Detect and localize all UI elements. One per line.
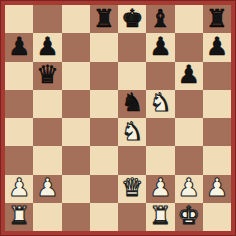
chess-board: ♜♚♝♜♟♟♟♟♛♟♞♞♞♟♟♛♟♟♟♜♜♚ — [5, 5, 231, 231]
square-d5[interactable] — [90, 90, 118, 118]
square-h5[interactable] — [203, 90, 231, 118]
square-e5[interactable]: ♞ — [118, 90, 146, 118]
square-c7[interactable] — [62, 33, 90, 61]
square-g5[interactable] — [175, 90, 203, 118]
black-pawn-a7: ♟ — [8, 34, 30, 59]
square-c4[interactable] — [62, 118, 90, 146]
square-f2[interactable]: ♟ — [146, 175, 174, 203]
square-a7[interactable]: ♟ — [5, 33, 33, 61]
black-pawn-b7: ♟ — [36, 34, 58, 59]
square-e4[interactable]: ♞ — [118, 118, 146, 146]
black-pawn-f7: ♟ — [149, 34, 171, 59]
square-e2[interactable]: ♛ — [118, 175, 146, 203]
square-d7[interactable] — [90, 33, 118, 61]
black-rook-h8: ♜ — [206, 6, 228, 31]
square-a8[interactable] — [5, 5, 33, 33]
white-queen-e2: ♛ — [121, 175, 143, 200]
square-g3[interactable] — [175, 146, 203, 174]
square-d3[interactable] — [90, 146, 118, 174]
square-f1[interactable]: ♜ — [146, 203, 174, 231]
square-b2[interactable]: ♟ — [33, 175, 61, 203]
square-h1[interactable] — [203, 203, 231, 231]
black-knight-e5: ♞ — [121, 90, 143, 115]
white-pawn-g2: ♟ — [177, 175, 199, 200]
square-a6[interactable] — [5, 62, 33, 90]
square-e7[interactable] — [118, 33, 146, 61]
white-pawn-a2: ♟ — [8, 175, 30, 200]
square-a5[interactable] — [5, 90, 33, 118]
square-d4[interactable] — [90, 118, 118, 146]
square-f4[interactable] — [146, 118, 174, 146]
square-d8[interactable]: ♜ — [90, 5, 118, 33]
chess-application: ♜♚♝♜♟♟♟♟♛♟♞♞♞♟♟♛♟♟♟♜♜♚ — [0, 0, 236, 236]
square-f3[interactable] — [146, 146, 174, 174]
square-f8[interactable]: ♝ — [146, 5, 174, 33]
white-rook-f1: ♜ — [149, 203, 171, 228]
square-b7[interactable]: ♟ — [33, 33, 61, 61]
square-g7[interactable] — [175, 33, 203, 61]
square-c1[interactable] — [62, 203, 90, 231]
square-e1[interactable] — [118, 203, 146, 231]
white-pawn-f2: ♟ — [149, 175, 171, 200]
square-a3[interactable] — [5, 146, 33, 174]
square-b5[interactable] — [33, 90, 61, 118]
square-b1[interactable] — [33, 203, 61, 231]
square-a2[interactable]: ♟ — [5, 175, 33, 203]
square-c2[interactable] — [62, 175, 90, 203]
square-d1[interactable] — [90, 203, 118, 231]
square-e6[interactable] — [118, 62, 146, 90]
square-g8[interactable] — [175, 5, 203, 33]
white-pawn-h2: ♟ — [206, 175, 228, 200]
black-pawn-h7: ♟ — [206, 34, 228, 59]
square-h6[interactable] — [203, 62, 231, 90]
square-f7[interactable]: ♟ — [146, 33, 174, 61]
black-rook-d8: ♜ — [93, 6, 115, 31]
square-f6[interactable] — [146, 62, 174, 90]
white-king-g1: ♚ — [177, 203, 199, 228]
square-c3[interactable] — [62, 146, 90, 174]
square-g2[interactable]: ♟ — [175, 175, 203, 203]
square-g4[interactable] — [175, 118, 203, 146]
square-d6[interactable] — [90, 62, 118, 90]
square-h8[interactable]: ♜ — [203, 5, 231, 33]
square-e8[interactable]: ♚ — [118, 5, 146, 33]
square-e3[interactable] — [118, 146, 146, 174]
square-d2[interactable] — [90, 175, 118, 203]
white-pawn-b2: ♟ — [36, 175, 58, 200]
white-knight-f5: ♞ — [149, 90, 171, 115]
square-a1[interactable]: ♜ — [5, 203, 33, 231]
white-rook-a1: ♜ — [8, 203, 30, 228]
square-h2[interactable]: ♟ — [203, 175, 231, 203]
square-b4[interactable] — [33, 118, 61, 146]
square-b3[interactable] — [33, 146, 61, 174]
black-bishop-f8: ♝ — [149, 6, 171, 31]
square-h4[interactable] — [203, 118, 231, 146]
square-h3[interactable] — [203, 146, 231, 174]
square-c5[interactable] — [62, 90, 90, 118]
square-b8[interactable] — [33, 5, 61, 33]
square-g1[interactable]: ♚ — [175, 203, 203, 231]
black-queen-b6: ♛ — [36, 62, 58, 87]
square-h7[interactable]: ♟ — [203, 33, 231, 61]
square-f5[interactable]: ♞ — [146, 90, 174, 118]
board-frame: ♜♚♝♜♟♟♟♟♛♟♞♞♞♟♟♛♟♟♟♜♜♚ — [0, 0, 236, 236]
white-knight-e4: ♞ — [121, 119, 143, 144]
square-c6[interactable] — [62, 62, 90, 90]
black-pawn-g6: ♟ — [177, 62, 199, 87]
black-king-e8: ♚ — [121, 6, 143, 31]
square-g6[interactable]: ♟ — [175, 62, 203, 90]
square-a4[interactable] — [5, 118, 33, 146]
square-c8[interactable] — [62, 5, 90, 33]
square-b6[interactable]: ♛ — [33, 62, 61, 90]
